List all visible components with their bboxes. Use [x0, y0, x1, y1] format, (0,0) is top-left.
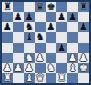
- square-c4[interactable]: [24, 43, 35, 53]
- square-d1[interactable]: ♛: [35, 73, 46, 83]
- square-b8[interactable]: [13, 2, 24, 12]
- piece-black-king: ♚: [46, 2, 55, 12]
- piece-black-pawn: ♟: [57, 43, 66, 53]
- square-b5[interactable]: [13, 32, 24, 42]
- piece-black-pawn: ♟: [79, 22, 88, 32]
- square-a3[interactable]: [2, 53, 13, 63]
- square-b7[interactable]: ♟: [13, 12, 24, 22]
- piece-white-pawn: ♟: [79, 53, 88, 63]
- square-c3[interactable]: ♞: [24, 53, 35, 63]
- piece-black-rook: ♜: [79, 2, 88, 12]
- square-a6[interactable]: ♟: [2, 22, 13, 32]
- square-d7[interactable]: [35, 12, 46, 22]
- piece-black-pawn: ♟: [57, 12, 66, 22]
- square-h3[interactable]: ♟: [78, 53, 89, 63]
- square-c7[interactable]: ♟: [24, 12, 35, 22]
- chess-board-frame: ♜♛♚♜♟♟♟♟♟♞♟♟♝♞♟♞♟♟♟♟♟♟♞♝♚♜♝♛♜: [0, 0, 91, 85]
- square-f1[interactable]: ♜: [56, 73, 67, 83]
- square-d4[interactable]: [35, 43, 46, 53]
- piece-black-knight: ♞: [36, 32, 45, 42]
- square-c8[interactable]: [24, 2, 35, 12]
- piece-white-bishop: ♝: [25, 73, 34, 83]
- piece-white-king: ♚: [79, 63, 88, 73]
- piece-white-bishop: ♝: [68, 63, 77, 73]
- square-g3[interactable]: ♟: [67, 53, 78, 63]
- square-c2[interactable]: ♟: [24, 63, 35, 73]
- square-a1[interactable]: ♜: [2, 73, 13, 83]
- square-c5[interactable]: ♝: [24, 32, 35, 42]
- piece-white-knight: ♞: [25, 53, 34, 63]
- square-a8[interactable]: ♜: [2, 2, 13, 12]
- square-g4[interactable]: [67, 43, 78, 53]
- square-b1[interactable]: [13, 73, 24, 83]
- square-b2[interactable]: ♟: [13, 63, 24, 73]
- square-a5[interactable]: [2, 32, 13, 42]
- piece-white-rook: ♜: [57, 73, 66, 83]
- square-h6[interactable]: ♟: [78, 22, 89, 32]
- piece-white-pawn: ♟: [25, 63, 34, 73]
- square-e4[interactable]: [46, 43, 57, 53]
- square-f6[interactable]: [56, 22, 67, 32]
- square-e1[interactable]: [46, 73, 57, 83]
- piece-white-pawn: ♟: [14, 63, 23, 73]
- square-g2[interactable]: ♝: [67, 63, 78, 73]
- square-a4[interactable]: [2, 43, 13, 53]
- square-g6[interactable]: [67, 22, 78, 32]
- square-h5[interactable]: [78, 32, 89, 42]
- square-h2[interactable]: ♚: [78, 63, 89, 73]
- piece-black-queen: ♛: [36, 2, 45, 12]
- square-f5[interactable]: [56, 32, 67, 42]
- square-f2[interactable]: [56, 63, 67, 73]
- square-b4[interactable]: [13, 43, 24, 53]
- square-h4[interactable]: [78, 43, 89, 53]
- piece-black-pawn: ♟: [14, 12, 23, 22]
- piece-black-rook: ♜: [3, 2, 12, 12]
- square-f4[interactable]: ♟: [56, 43, 67, 53]
- square-a2[interactable]: ♟: [2, 63, 13, 73]
- piece-black-pawn: ♟: [3, 22, 12, 32]
- square-d3[interactable]: ♟: [35, 53, 46, 63]
- piece-black-pawn: ♟: [68, 12, 77, 22]
- square-f8[interactable]: [56, 2, 67, 12]
- square-g8[interactable]: [67, 2, 78, 12]
- square-e5[interactable]: [46, 32, 57, 42]
- square-d6[interactable]: [35, 22, 46, 32]
- piece-white-queen: ♛: [36, 73, 45, 83]
- piece-white-knight: ♞: [46, 63, 55, 73]
- square-e6[interactable]: ♟: [46, 22, 57, 32]
- square-d8[interactable]: ♛: [35, 2, 46, 12]
- square-h8[interactable]: ♜: [78, 2, 89, 12]
- square-b3[interactable]: [13, 53, 24, 63]
- square-d5[interactable]: ♞: [35, 32, 46, 42]
- piece-black-bishop: ♝: [25, 32, 34, 42]
- square-b6[interactable]: [13, 22, 24, 32]
- square-e2[interactable]: ♞: [46, 63, 57, 73]
- square-e3[interactable]: [46, 53, 57, 63]
- piece-black-pawn: ♟: [25, 12, 34, 22]
- square-h1[interactable]: [78, 73, 89, 83]
- chess-board: ♜♛♚♜♟♟♟♟♟♞♟♟♝♞♟♞♟♟♟♟♟♟♞♝♚♜♝♛♜: [2, 2, 89, 83]
- piece-white-pawn: ♟: [3, 63, 12, 73]
- square-c6[interactable]: ♞: [24, 22, 35, 32]
- piece-white-pawn: ♟: [68, 53, 77, 63]
- piece-black-pawn: ♟: [46, 22, 55, 32]
- square-g1[interactable]: [67, 73, 78, 83]
- square-c1[interactable]: ♝: [24, 73, 35, 83]
- piece-black-knight: ♞: [25, 22, 34, 32]
- square-e8[interactable]: ♚: [46, 2, 57, 12]
- square-d2[interactable]: [35, 63, 46, 73]
- square-f3[interactable]: [56, 53, 67, 63]
- square-g7[interactable]: ♟: [67, 12, 78, 22]
- square-f7[interactable]: ♟: [56, 12, 67, 22]
- piece-white-rook: ♜: [3, 73, 12, 83]
- square-h7[interactable]: [78, 12, 89, 22]
- piece-white-pawn: ♟: [36, 53, 45, 63]
- square-a7[interactable]: [2, 12, 13, 22]
- square-e7[interactable]: [46, 12, 57, 22]
- square-g5[interactable]: [67, 32, 78, 42]
